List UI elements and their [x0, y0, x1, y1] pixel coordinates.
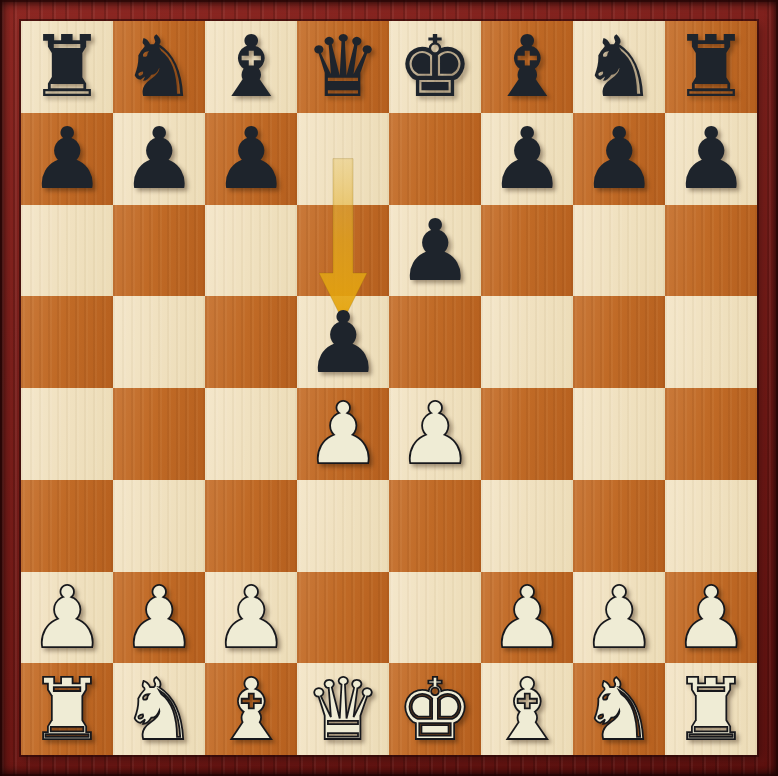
black-queen-d8[interactable]: ♛ [305, 24, 381, 109]
square-b5[interactable] [113, 296, 205, 388]
square-a3[interactable] [21, 480, 113, 572]
square-e2[interactable] [389, 572, 481, 664]
square-c1[interactable]: ♝ [205, 663, 297, 755]
black-bishop-c8[interactable]: ♝ [213, 24, 289, 109]
white-pawn-h2[interactable]: ♟ [673, 575, 749, 660]
black-pawn-f7[interactable]: ♟ [489, 116, 565, 201]
square-e8[interactable]: ♚ [389, 21, 481, 113]
square-c8[interactable]: ♝ [205, 21, 297, 113]
black-rook-h8[interactable]: ♜ [673, 24, 749, 109]
square-e5[interactable] [389, 296, 481, 388]
white-pawn-b2[interactable]: ♟ [121, 575, 197, 660]
square-f7[interactable]: ♟ [481, 113, 573, 205]
square-d3[interactable] [297, 480, 389, 572]
square-a8[interactable]: ♜ [21, 21, 113, 113]
square-h6[interactable] [665, 205, 757, 297]
square-d4[interactable]: ♟ [297, 388, 389, 480]
square-b3[interactable] [113, 480, 205, 572]
square-h1[interactable]: ♜ [665, 663, 757, 755]
square-h5[interactable] [665, 296, 757, 388]
white-pawn-c2[interactable]: ♟ [213, 575, 289, 660]
square-d1[interactable]: ♛ [297, 663, 389, 755]
square-b6[interactable] [113, 205, 205, 297]
square-c4[interactable] [205, 388, 297, 480]
square-e3[interactable] [389, 480, 481, 572]
black-king-e8[interactable]: ♚ [397, 24, 473, 109]
square-f5[interactable] [481, 296, 573, 388]
square-g6[interactable] [573, 205, 665, 297]
square-d5[interactable]: ♟ [297, 296, 389, 388]
square-g5[interactable] [573, 296, 665, 388]
black-pawn-e6[interactable]: ♟ [397, 208, 473, 293]
square-g7[interactable]: ♟ [573, 113, 665, 205]
square-a2[interactable]: ♟ [21, 572, 113, 664]
square-e4[interactable]: ♟ [389, 388, 481, 480]
square-a6[interactable] [21, 205, 113, 297]
square-e7[interactable] [389, 113, 481, 205]
square-a4[interactable] [21, 388, 113, 480]
white-king-e1[interactable]: ♚ [397, 667, 473, 752]
square-g4[interactable] [573, 388, 665, 480]
square-c7[interactable]: ♟ [205, 113, 297, 205]
square-h8[interactable]: ♜ [665, 21, 757, 113]
square-e6[interactable]: ♟ [389, 205, 481, 297]
square-f2[interactable]: ♟ [481, 572, 573, 664]
black-pawn-h7[interactable]: ♟ [673, 116, 749, 201]
square-a7[interactable]: ♟ [21, 113, 113, 205]
square-d7[interactable] [297, 113, 389, 205]
square-d6[interactable] [297, 205, 389, 297]
square-f1[interactable]: ♝ [481, 663, 573, 755]
square-f8[interactable]: ♝ [481, 21, 573, 113]
board-frame: ♜♞♝♛♚♝♞♜♟♟♟♟♟♟♟♟♟♟♟♟♟♟♟♟♜♞♝♛♚♝♞♜ [0, 0, 778, 776]
square-f3[interactable] [481, 480, 573, 572]
square-a1[interactable]: ♜ [21, 663, 113, 755]
square-b7[interactable]: ♟ [113, 113, 205, 205]
square-e1[interactable]: ♚ [389, 663, 481, 755]
white-bishop-c1[interactable]: ♝ [213, 667, 289, 752]
black-pawn-b7[interactable]: ♟ [121, 116, 197, 201]
black-pawn-a7[interactable]: ♟ [29, 116, 105, 201]
square-h7[interactable]: ♟ [665, 113, 757, 205]
square-c3[interactable] [205, 480, 297, 572]
white-bishop-f1[interactable]: ♝ [489, 667, 565, 752]
black-pawn-g7[interactable]: ♟ [581, 116, 657, 201]
square-b4[interactable] [113, 388, 205, 480]
black-knight-b8[interactable]: ♞ [121, 24, 197, 109]
square-a5[interactable] [21, 296, 113, 388]
white-knight-b1[interactable]: ♞ [121, 667, 197, 752]
black-pawn-d5[interactable]: ♟ [305, 300, 381, 385]
square-h4[interactable] [665, 388, 757, 480]
white-rook-h1[interactable]: ♜ [673, 667, 749, 752]
white-pawn-a2[interactable]: ♟ [29, 575, 105, 660]
square-g3[interactable] [573, 480, 665, 572]
square-h3[interactable] [665, 480, 757, 572]
square-f4[interactable] [481, 388, 573, 480]
chess-board: ♜♞♝♛♚♝♞♜♟♟♟♟♟♟♟♟♟♟♟♟♟♟♟♟♜♞♝♛♚♝♞♜ [21, 21, 757, 755]
square-g8[interactable]: ♞ [573, 21, 665, 113]
white-pawn-g2[interactable]: ♟ [581, 575, 657, 660]
square-b8[interactable]: ♞ [113, 21, 205, 113]
square-h2[interactable]: ♟ [665, 572, 757, 664]
black-pawn-c7[interactable]: ♟ [213, 116, 289, 201]
white-rook-a1[interactable]: ♜ [29, 667, 105, 752]
square-d8[interactable]: ♛ [297, 21, 389, 113]
white-pawn-e4[interactable]: ♟ [397, 391, 473, 476]
white-queen-d1[interactable]: ♛ [305, 667, 381, 752]
black-knight-g8[interactable]: ♞ [581, 24, 657, 109]
square-g2[interactable]: ♟ [573, 572, 665, 664]
white-pawn-f2[interactable]: ♟ [489, 575, 565, 660]
square-f6[interactable] [481, 205, 573, 297]
white-pawn-d4[interactable]: ♟ [305, 391, 381, 476]
square-g1[interactable]: ♞ [573, 663, 665, 755]
square-d2[interactable] [297, 572, 389, 664]
white-knight-g1[interactable]: ♞ [581, 667, 657, 752]
square-b1[interactable]: ♞ [113, 663, 205, 755]
square-c2[interactable]: ♟ [205, 572, 297, 664]
square-c6[interactable] [205, 205, 297, 297]
square-c5[interactable] [205, 296, 297, 388]
black-rook-a8[interactable]: ♜ [29, 24, 105, 109]
black-bishop-f8[interactable]: ♝ [489, 24, 565, 109]
square-b2[interactable]: ♟ [113, 572, 205, 664]
